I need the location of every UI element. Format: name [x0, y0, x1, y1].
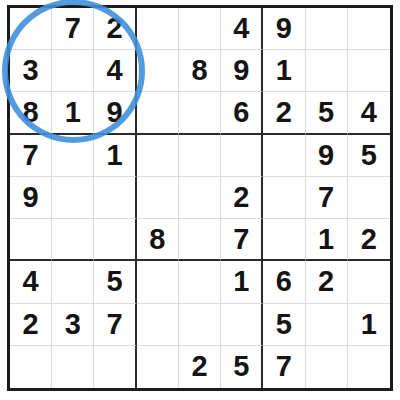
cell-r3c2[interactable]: 1 [52, 92, 94, 134]
cell-r4c7[interactable] [263, 135, 305, 177]
cell-r8c1[interactable]: 2 [10, 304, 52, 346]
cell-r2c3[interactable]: 4 [94, 50, 136, 92]
cell-r4c5[interactable] [179, 135, 221, 177]
cell-r2c2[interactable] [52, 50, 94, 92]
cell-r1c9[interactable] [348, 8, 390, 50]
cell-r4c2[interactable] [52, 135, 94, 177]
cell-r5c9[interactable] [348, 177, 390, 219]
cell-r6c2[interactable] [52, 219, 94, 261]
cell-r8c9[interactable]: 1 [348, 304, 390, 346]
cell-r3c5[interactable] [179, 92, 221, 134]
cell-r5c6[interactable]: 2 [221, 177, 263, 219]
cell-r7c8[interactable]: 2 [306, 261, 348, 303]
cell-r6c3[interactable] [94, 219, 136, 261]
cell-r4c3[interactable]: 1 [94, 135, 136, 177]
cell-r4c1[interactable]: 7 [10, 135, 52, 177]
cell-r8c6[interactable] [221, 304, 263, 346]
cell-r5c7[interactable] [263, 177, 305, 219]
sudoku-board: 7249348918196254719592787124516223751257 [7, 5, 393, 391]
cell-r1c2[interactable]: 7 [52, 8, 94, 50]
cell-r3c3[interactable]: 9 [94, 92, 136, 134]
cell-r9c6[interactable]: 5 [221, 346, 263, 388]
cell-r9c1[interactable] [10, 346, 52, 388]
cell-r9c4[interactable] [137, 346, 179, 388]
cell-r9c2[interactable] [52, 346, 94, 388]
cell-r1c4[interactable] [137, 8, 179, 50]
cell-r7c2[interactable] [52, 261, 94, 303]
cell-r3c1[interactable]: 8 [10, 92, 52, 134]
cell-r6c7[interactable] [263, 219, 305, 261]
cell-r5c1[interactable]: 9 [10, 177, 52, 219]
cell-r8c5[interactable] [179, 304, 221, 346]
cell-r6c6[interactable]: 7 [221, 219, 263, 261]
cell-r3c9[interactable]: 4 [348, 92, 390, 134]
cell-r8c8[interactable] [306, 304, 348, 346]
cell-r6c9[interactable]: 2 [348, 219, 390, 261]
cell-r2c4[interactable] [137, 50, 179, 92]
sudoku-screenshot: 7249348918196254719592787124516223751257 [0, 0, 400, 400]
cell-r8c4[interactable] [137, 304, 179, 346]
cell-r9c3[interactable] [94, 346, 136, 388]
cell-r2c7[interactable]: 1 [263, 50, 305, 92]
cell-r9c8[interactable] [306, 346, 348, 388]
cell-r1c7[interactable]: 9 [263, 8, 305, 50]
cell-r4c6[interactable] [221, 135, 263, 177]
cell-r5c8[interactable]: 7 [306, 177, 348, 219]
cell-r3c6[interactable]: 6 [221, 92, 263, 134]
cell-r6c1[interactable] [10, 219, 52, 261]
cell-r2c9[interactable] [348, 50, 390, 92]
cell-r5c4[interactable] [137, 177, 179, 219]
cell-r7c7[interactable]: 6 [263, 261, 305, 303]
cell-r2c6[interactable]: 9 [221, 50, 263, 92]
cell-r9c7[interactable]: 7 [263, 346, 305, 388]
cell-r7c1[interactable]: 4 [10, 261, 52, 303]
cell-r3c8[interactable]: 5 [306, 92, 348, 134]
cell-r8c7[interactable]: 5 [263, 304, 305, 346]
cell-r8c3[interactable]: 7 [94, 304, 136, 346]
cell-r9c5[interactable]: 2 [179, 346, 221, 388]
cell-r2c8[interactable] [306, 50, 348, 92]
cell-r1c3[interactable]: 2 [94, 8, 136, 50]
cell-r8c2[interactable]: 3 [52, 304, 94, 346]
cell-r5c3[interactable] [94, 177, 136, 219]
cell-r3c7[interactable]: 2 [263, 92, 305, 134]
cell-r2c1[interactable]: 3 [10, 50, 52, 92]
cell-r9c9[interactable] [348, 346, 390, 388]
cell-r6c5[interactable] [179, 219, 221, 261]
cell-r7c3[interactable]: 5 [94, 261, 136, 303]
cell-r1c8[interactable] [306, 8, 348, 50]
cell-r7c4[interactable] [137, 261, 179, 303]
cell-r4c4[interactable] [137, 135, 179, 177]
cell-r1c5[interactable] [179, 8, 221, 50]
cell-r7c6[interactable]: 1 [221, 261, 263, 303]
cell-r5c2[interactable] [52, 177, 94, 219]
cell-r3c4[interactable] [137, 92, 179, 134]
cell-r4c9[interactable]: 5 [348, 135, 390, 177]
cell-r4c8[interactable]: 9 [306, 135, 348, 177]
cell-r2c5[interactable]: 8 [179, 50, 221, 92]
cell-r5c5[interactable] [179, 177, 221, 219]
cell-r1c1[interactable] [10, 8, 52, 50]
cell-r6c8[interactable]: 1 [306, 219, 348, 261]
cell-r7c5[interactable] [179, 261, 221, 303]
cell-r1c6[interactable]: 4 [221, 8, 263, 50]
cell-r6c4[interactable]: 8 [137, 219, 179, 261]
cell-r7c9[interactable] [348, 261, 390, 303]
